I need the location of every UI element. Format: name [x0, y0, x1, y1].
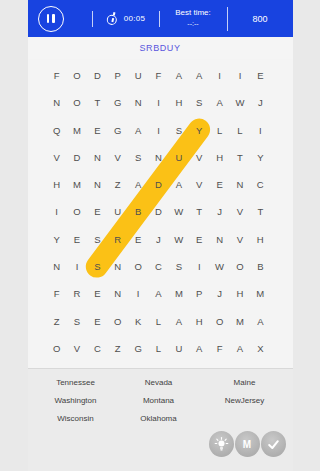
pause-icon [52, 14, 55, 23]
grid-cell[interactable]: T [87, 89, 107, 116]
check-icon [266, 437, 281, 452]
action-buttons: M [209, 431, 286, 457]
grid-cell[interactable]: N [108, 253, 128, 280]
grid-cell[interactable]: M [230, 307, 250, 334]
grid-cell[interactable]: A [250, 307, 270, 334]
grid-cell[interactable]: P [108, 62, 128, 89]
grid-cell[interactable]: F [209, 335, 229, 362]
word-list-item: Nevada [114, 374, 204, 392]
grid-cell[interactable]: I [148, 89, 168, 116]
timer-section: 00:05 [93, 12, 159, 26]
grid-cell[interactable]: J [209, 280, 229, 307]
word-search-app: 00:05 Best time: --:-- 800 SRBDUY FODPUF… [28, 0, 293, 471]
word-list-item: Tennessee [31, 374, 121, 392]
grid-cell[interactable]: O [67, 62, 87, 89]
grid-cell[interactable]: H [209, 144, 229, 171]
grid-cell[interactable]: E [128, 226, 148, 253]
grid-cell[interactable]: L [209, 117, 229, 144]
grid-cell[interactable]: I [67, 253, 87, 280]
grid-cell[interactable]: D [148, 171, 168, 198]
grid-cell[interactable]: P [189, 280, 209, 307]
grid-cell[interactable]: N [47, 253, 67, 280]
grid-cell[interactable]: Z [108, 171, 128, 198]
grid-cell[interactable]: G [108, 89, 128, 116]
grid-cell[interactable]: V [230, 198, 250, 225]
grid-cell[interactable]: O [47, 335, 67, 362]
grid-cell[interactable]: K [128, 307, 148, 334]
grid-cell[interactable]: M [169, 280, 189, 307]
grid-cell[interactable]: D [87, 62, 107, 89]
grid-cell[interactable]: Y [47, 226, 67, 253]
word-list-item: Wisconsin [31, 410, 121, 428]
grid-cell[interactable]: I [47, 198, 67, 225]
grid-cell[interactable]: H [250, 226, 270, 253]
grid-cell[interactable]: W [169, 226, 189, 253]
grid-cell[interactable]: A [230, 335, 250, 362]
best-time-value: --:-- [160, 19, 227, 28]
grid-cell[interactable]: N [108, 280, 128, 307]
music-button[interactable]: M [235, 431, 260, 457]
check-button[interactable] [261, 431, 286, 457]
grid-cell[interactable]: H [169, 89, 189, 116]
grid-cell[interactable]: Z [108, 335, 128, 362]
header-bar: 00:05 Best time: --:-- 800 [28, 0, 293, 37]
grid-cell[interactable]: S [87, 253, 107, 280]
grid-cell[interactable]: Y [189, 117, 209, 144]
grid-cell[interactable]: U [128, 62, 148, 89]
grid-cell[interactable]: M [250, 280, 270, 307]
grid-cell[interactable]: A [209, 89, 229, 116]
grid-cell[interactable]: Q [47, 117, 67, 144]
grid-cell[interactable]: D [67, 144, 87, 171]
grid-cell[interactable]: V [67, 335, 87, 362]
hint-button[interactable] [209, 431, 234, 457]
grid-cell[interactable]: O [209, 307, 229, 334]
grid-cell[interactable]: I [230, 62, 250, 89]
grid-cell[interactable]: N [128, 89, 148, 116]
grid-cell[interactable]: W [169, 198, 189, 225]
word-list-item: NewJersey [200, 392, 290, 410]
grid-cell[interactable]: C [148, 253, 168, 280]
grid-cell[interactable]: S [169, 117, 189, 144]
grid-cell[interactable]: N [47, 89, 67, 116]
word-list-column: TennesseeWashingtonWisconsin [31, 374, 121, 428]
grid-cell[interactable]: A [189, 335, 209, 362]
word-list-column: MaineNewJersey [200, 374, 290, 410]
word-list-column: NevadaMontanaOklahoma [114, 374, 204, 428]
grid-cell[interactable]: S [189, 89, 209, 116]
grid-cell[interactable]: Y [250, 144, 270, 171]
grid-cell[interactable]: A [128, 117, 148, 144]
grid-cell[interactable]: V [47, 144, 67, 171]
grid-cell[interactable]: E [87, 198, 107, 225]
elapsed-time: 00:05 [124, 14, 146, 23]
grid-cell[interactable]: E [250, 62, 270, 89]
grid-cell[interactable]: E [209, 171, 229, 198]
grid-cell[interactable]: J [209, 198, 229, 225]
grid-cell[interactable]: G [108, 117, 128, 144]
grid-cell[interactable]: O [67, 89, 87, 116]
pause-button[interactable] [38, 6, 64, 32]
grid-cell[interactable]: V [189, 171, 209, 198]
grid-cell[interactable]: A [169, 62, 189, 89]
best-time-section: Best time: --:-- [160, 8, 227, 28]
grid-cell[interactable]: N [87, 171, 107, 198]
grid-cell[interactable]: F [47, 62, 67, 89]
grid-cell[interactable]: V [230, 226, 250, 253]
grid-cell[interactable]: V [108, 144, 128, 171]
grid-cell[interactable]: O [230, 253, 250, 280]
grid-cell[interactable]: U [169, 144, 189, 171]
grid-cell[interactable]: B [250, 253, 270, 280]
best-time-label: Best time: [160, 8, 227, 19]
grid-cell[interactable]: N [230, 171, 250, 198]
board-area: FODPUFAAIIENOTGNIHSAWJQMEGAISYLLIVDNVSNU… [47, 62, 271, 362]
word-list-item: Montana [114, 392, 204, 410]
grid-cell[interactable]: E [189, 226, 209, 253]
grid-cell[interactable]: O [67, 198, 87, 225]
grid-cell[interactable]: H [230, 280, 250, 307]
grid-cell[interactable]: A [169, 171, 189, 198]
grid-cell[interactable]: A [128, 171, 148, 198]
grid-cell[interactable]: E [67, 226, 87, 253]
grid-cell[interactable]: A [148, 280, 168, 307]
selected-word-label: SRBDUY [28, 37, 293, 59]
grid-cell[interactable]: H [47, 171, 67, 198]
grid-cell[interactable]: J [250, 89, 270, 116]
grid-cell[interactable]: N [209, 226, 229, 253]
grid-cell[interactable]: Z [47, 307, 67, 334]
grid-cell[interactable]: U [169, 335, 189, 362]
grid-cell[interactable]: F [47, 280, 67, 307]
grid-cell[interactable]: W [230, 89, 250, 116]
grid-cell[interactable]: U [108, 198, 128, 225]
grid-cell[interactable]: M [67, 117, 87, 144]
grid-cell[interactable]: E [87, 280, 107, 307]
grid-cell[interactable]: A [169, 307, 189, 334]
grid-cell[interactable]: T [250, 198, 270, 225]
grid-cell[interactable]: C [87, 335, 107, 362]
grid-cell[interactable]: H [189, 307, 209, 334]
word-list-item: Oklahoma [114, 410, 204, 428]
grid-cell[interactable]: D [148, 198, 168, 225]
grid-cell[interactable]: L [148, 335, 168, 362]
grid-cell[interactable]: J [148, 226, 168, 253]
grid-cell[interactable]: I [189, 253, 209, 280]
grid-cell[interactable]: I [250, 117, 270, 144]
letter-grid[interactable]: FODPUFAAIIENOTGNIHSAWJQMEGAISYLLIVDNVSNU… [47, 62, 271, 362]
grid-cell[interactable]: L [230, 117, 250, 144]
grid-cell[interactable]: S [67, 307, 87, 334]
grid-cell[interactable]: I [128, 280, 148, 307]
word-list-item: Washington [31, 392, 121, 410]
music-icon: M [243, 439, 251, 450]
grid-cell[interactable]: F [148, 62, 168, 89]
grid-cell[interactable]: N [148, 144, 168, 171]
grid-cell[interactable]: G [128, 335, 148, 362]
grid-cell[interactable]: I [209, 62, 229, 89]
grid-cell[interactable]: W [209, 253, 229, 280]
grid-cell[interactable]: B [128, 198, 148, 225]
grid-cell[interactable]: I [148, 117, 168, 144]
grid-cell[interactable]: V [189, 144, 209, 171]
grid-cell[interactable]: S [128, 144, 148, 171]
grid-cell[interactable]: S [169, 253, 189, 280]
grid-cell[interactable]: O [128, 253, 148, 280]
grid-cell[interactable]: T [189, 198, 209, 225]
stopwatch-icon [104, 10, 120, 26]
lightbulb-icon [214, 437, 229, 452]
grid-cell[interactable]: E [87, 117, 107, 144]
grid-cell[interactable]: E [87, 307, 107, 334]
grid-cell[interactable]: L [148, 307, 168, 334]
grid-cell[interactable]: O [108, 307, 128, 334]
grid-cell[interactable]: A [189, 62, 209, 89]
grid-cell[interactable]: R [67, 280, 87, 307]
score-value: 800 [228, 14, 293, 24]
grid-cell[interactable]: S [87, 226, 107, 253]
grid-cell[interactable]: M [67, 171, 87, 198]
grid-cell[interactable]: X [250, 335, 270, 362]
grid-cell[interactable]: C [250, 171, 270, 198]
grid-cell[interactable]: R [108, 226, 128, 253]
grid-cell[interactable]: T [230, 144, 250, 171]
word-list-item: Maine [200, 374, 290, 392]
grid-cell[interactable]: N [87, 144, 107, 171]
pause-icon [47, 14, 50, 23]
